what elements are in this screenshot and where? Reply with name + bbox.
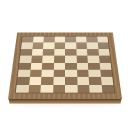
board-square bbox=[29, 70, 41, 77]
board-square bbox=[28, 85, 41, 93]
board-square bbox=[88, 70, 100, 77]
board-square bbox=[77, 77, 89, 85]
board-square bbox=[87, 56, 99, 63]
board-square bbox=[89, 77, 102, 85]
board-square bbox=[76, 62, 88, 69]
board-side-edge bbox=[8, 99, 122, 104]
board-square bbox=[65, 70, 77, 77]
board-square bbox=[98, 49, 110, 56]
board-square bbox=[65, 85, 77, 93]
board-square bbox=[54, 49, 65, 56]
board-square bbox=[40, 85, 53, 93]
board-square bbox=[31, 56, 43, 63]
board-square bbox=[87, 49, 99, 56]
board-square bbox=[20, 49, 32, 56]
board-square bbox=[17, 77, 30, 85]
board-square bbox=[65, 49, 76, 56]
board-square bbox=[99, 62, 111, 69]
board-square bbox=[29, 77, 42, 85]
board-square bbox=[31, 49, 43, 56]
product-photo-background bbox=[0, 0, 130, 130]
board-square bbox=[76, 56, 88, 63]
board-grid bbox=[16, 37, 114, 93]
board-square bbox=[19, 62, 31, 69]
board-square bbox=[65, 62, 77, 69]
board-square bbox=[42, 56, 54, 63]
board-square bbox=[30, 62, 42, 69]
board-square bbox=[88, 62, 100, 69]
board-square bbox=[76, 49, 87, 56]
board-square bbox=[43, 49, 54, 56]
board-square bbox=[42, 62, 54, 69]
board-square bbox=[18, 70, 31, 77]
board-square bbox=[53, 70, 65, 77]
board-square bbox=[53, 85, 65, 93]
board-square bbox=[77, 70, 89, 77]
board-square bbox=[65, 56, 76, 63]
chessboard-frame bbox=[8, 32, 122, 99]
board-square bbox=[54, 56, 65, 63]
board-square bbox=[19, 56, 31, 63]
board-square bbox=[100, 70, 113, 77]
board-square bbox=[16, 85, 29, 93]
board-square bbox=[65, 77, 77, 85]
board-square bbox=[77, 85, 90, 93]
board-square bbox=[99, 56, 111, 63]
board-square bbox=[101, 85, 114, 93]
board-square bbox=[41, 70, 53, 77]
board-square bbox=[53, 77, 65, 85]
board-square bbox=[41, 77, 53, 85]
board-square bbox=[101, 77, 114, 85]
board-square bbox=[89, 85, 102, 93]
board-square bbox=[53, 62, 65, 69]
